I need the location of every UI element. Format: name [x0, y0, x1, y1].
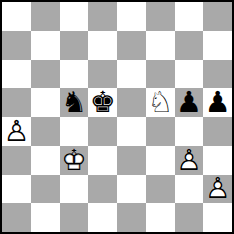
square-e2[interactable] — [117, 175, 146, 204]
square-d1[interactable] — [88, 203, 117, 232]
square-d6[interactable] — [88, 60, 117, 89]
square-c6[interactable] — [60, 60, 89, 89]
square-d5[interactable]: ♚ — [88, 88, 117, 117]
white-knight[interactable]: ♘ — [146, 88, 175, 117]
chess-board: ♞♚♞♘♟♟♟♙♚♔♟♙♟♙ — [0, 0, 234, 234]
square-c2[interactable] — [60, 175, 89, 204]
square-a5[interactable] — [2, 88, 31, 117]
square-b6[interactable] — [31, 60, 60, 89]
square-h6[interactable] — [203, 60, 232, 89]
white-king[interactable]: ♔ — [60, 146, 89, 175]
square-b2[interactable] — [31, 175, 60, 204]
square-b4[interactable] — [31, 117, 60, 146]
square-f3[interactable] — [146, 146, 175, 175]
square-h5[interactable]: ♟ — [203, 88, 232, 117]
square-e4[interactable] — [117, 117, 146, 146]
square-e1[interactable] — [117, 203, 146, 232]
square-h4[interactable] — [203, 117, 232, 146]
square-a4[interactable]: ♟♙ — [2, 117, 31, 146]
square-h1[interactable] — [203, 203, 232, 232]
square-d3[interactable] — [88, 146, 117, 175]
square-c3[interactable]: ♚♔ — [60, 146, 89, 175]
square-c8[interactable] — [60, 2, 89, 31]
square-h7[interactable] — [203, 31, 232, 60]
square-h8[interactable] — [203, 2, 232, 31]
square-g5[interactable]: ♟ — [175, 88, 204, 117]
black-king[interactable]: ♚ — [88, 88, 117, 117]
square-b3[interactable] — [31, 146, 60, 175]
square-g3[interactable]: ♟♙ — [175, 146, 204, 175]
square-f1[interactable] — [146, 203, 175, 232]
white-pawn[interactable]: ♙ — [2, 117, 31, 146]
square-f6[interactable] — [146, 60, 175, 89]
black-pawn[interactable]: ♟ — [175, 88, 204, 117]
square-e5[interactable] — [117, 88, 146, 117]
square-e8[interactable] — [117, 2, 146, 31]
square-h3[interactable] — [203, 146, 232, 175]
square-a7[interactable] — [2, 31, 31, 60]
square-g8[interactable] — [175, 2, 204, 31]
square-d7[interactable] — [88, 31, 117, 60]
square-f8[interactable] — [146, 2, 175, 31]
square-e3[interactable] — [117, 146, 146, 175]
square-a8[interactable] — [2, 2, 31, 31]
square-f4[interactable] — [146, 117, 175, 146]
white-pawn[interactable]: ♙ — [175, 146, 204, 175]
square-b7[interactable] — [31, 31, 60, 60]
square-c5[interactable]: ♞ — [60, 88, 89, 117]
square-a3[interactable] — [2, 146, 31, 175]
square-g2[interactable] — [175, 175, 204, 204]
square-g6[interactable] — [175, 60, 204, 89]
square-g1[interactable] — [175, 203, 204, 232]
square-e6[interactable] — [117, 60, 146, 89]
square-f7[interactable] — [146, 31, 175, 60]
square-e7[interactable] — [117, 31, 146, 60]
square-d2[interactable] — [88, 175, 117, 204]
square-h2[interactable]: ♟♙ — [203, 175, 232, 204]
square-a6[interactable] — [2, 60, 31, 89]
square-c4[interactable] — [60, 117, 89, 146]
square-c7[interactable] — [60, 31, 89, 60]
square-g7[interactable] — [175, 31, 204, 60]
square-f2[interactable] — [146, 175, 175, 204]
black-pawn[interactable]: ♟ — [203, 88, 232, 117]
black-knight[interactable]: ♞ — [60, 88, 89, 117]
square-f5[interactable]: ♞♘ — [146, 88, 175, 117]
square-d8[interactable] — [88, 2, 117, 31]
square-b5[interactable] — [31, 88, 60, 117]
square-c1[interactable] — [60, 203, 89, 232]
square-b1[interactable] — [31, 203, 60, 232]
square-a1[interactable] — [2, 203, 31, 232]
square-b8[interactable] — [31, 2, 60, 31]
square-a2[interactable] — [2, 175, 31, 204]
white-pawn[interactable]: ♙ — [203, 175, 232, 204]
square-g4[interactable] — [175, 117, 204, 146]
square-d4[interactable] — [88, 117, 117, 146]
